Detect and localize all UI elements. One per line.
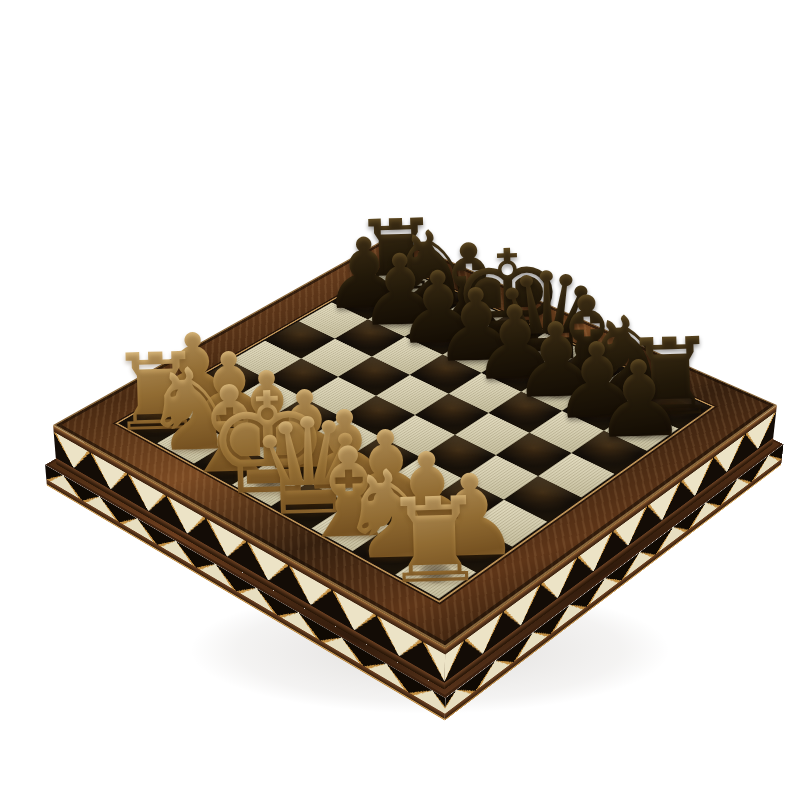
- product-photo-scene: ♜♞♝♚♛♝♞♜♟♟♟♟♟♟♟♟♟♟♟♟♟♟♟♟♜♞♝♚♛♝♞♜: [0, 0, 800, 800]
- rook-glyph: ♜: [322, 480, 545, 603]
- pawn-glyph: ♟: [528, 344, 751, 456]
- piece-layer: ♜♞♝♚♛♝♞♜♟♟♟♟♟♟♟♟♟♟♟♟♟♟♟♟♜♞♝♚♛♝♞♜: [0, 0, 800, 800]
